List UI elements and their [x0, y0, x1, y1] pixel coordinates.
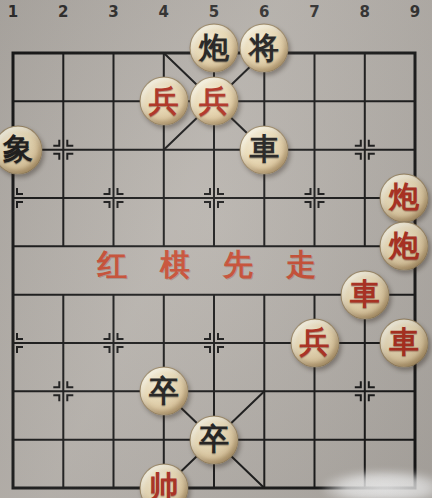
piece-glyph: 炮	[389, 230, 419, 260]
file-label: 2	[58, 3, 68, 21]
piece-glyph: 将	[249, 32, 279, 62]
piece-glyph: 卒	[149, 375, 179, 405]
piece-black-general[interactable]: 将	[240, 24, 289, 73]
file-label: 3	[108, 3, 118, 21]
piece-glyph: 兵	[199, 85, 229, 115]
xiangqi-board-screenshot: 123456789	[0, 0, 432, 498]
piece-glyph: 炮	[389, 182, 419, 212]
file-label: 1	[8, 3, 18, 21]
piece-black-chariot[interactable]: 車	[240, 125, 289, 174]
piece-red-soldier[interactable]: 兵	[139, 77, 188, 126]
file-label: 9	[410, 3, 420, 21]
piece-red-chariot[interactable]: 車	[340, 270, 389, 319]
piece-black-soldier[interactable]: 卒	[139, 367, 188, 416]
piece-black-soldier[interactable]: 卒	[190, 415, 239, 464]
piece-glyph: 卒	[199, 424, 229, 454]
piece-glyph: 帅	[149, 472, 179, 498]
piece-glyph: 象	[3, 134, 33, 164]
file-label: 6	[259, 3, 269, 21]
file-label: 8	[360, 3, 370, 21]
piece-red-cannon[interactable]: 炮	[380, 222, 429, 271]
piece-glyph: 車	[249, 134, 279, 164]
piece-glyph: 車	[350, 279, 380, 309]
piece-red-chariot[interactable]: 車	[380, 318, 429, 367]
piece-glyph: 兵	[149, 85, 179, 115]
piece-red-soldier[interactable]: 兵	[290, 318, 339, 367]
piece-red-soldier[interactable]: 兵	[190, 77, 239, 126]
file-label: 4	[159, 3, 169, 21]
file-label: 7	[309, 3, 319, 21]
piece-glyph: 兵	[300, 327, 330, 357]
river-annotation: 红棋先走	[97, 250, 349, 280]
piece-glyph: 車	[389, 327, 419, 357]
piece-black-cannon[interactable]: 炮	[190, 24, 239, 73]
file-label: 5	[209, 3, 219, 21]
piece-glyph: 炮	[199, 32, 229, 62]
piece-red-cannon[interactable]: 炮	[380, 173, 429, 222]
file-labels: 123456789	[0, 0, 432, 22]
